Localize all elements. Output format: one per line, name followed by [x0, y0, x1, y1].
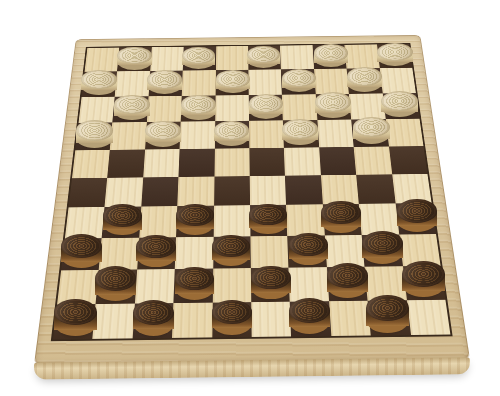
checker-piece-light[interactable]	[381, 91, 418, 118]
checker-piece-dark[interactable]	[289, 233, 328, 265]
checker-piece-light[interactable]	[117, 47, 151, 70]
checker-piece-dark[interactable]	[402, 261, 445, 297]
piece-top-face	[114, 95, 150, 114]
checker-piece-dark[interactable]	[397, 199, 438, 232]
checker-piece-light[interactable]	[181, 95, 215, 120]
checker-piece-light[interactable]	[314, 44, 348, 67]
piece-top-face	[181, 95, 215, 114]
piece-top-face	[282, 119, 318, 139]
piece-top-face	[282, 69, 316, 87]
piece-top-face	[381, 91, 418, 111]
piece-top-face	[377, 43, 413, 62]
piece-top-face	[362, 231, 403, 255]
piece-top-face	[212, 235, 250, 257]
checker-piece-light[interactable]	[315, 92, 351, 118]
piece-top-face	[247, 46, 280, 63]
piece-top-face	[397, 199, 438, 223]
piece-top-face	[289, 298, 330, 323]
checker-piece-light[interactable]	[145, 121, 181, 147]
checker-piece-light[interactable]	[347, 67, 383, 92]
piece-top-face	[81, 70, 117, 89]
checker-piece-dark[interactable]	[54, 299, 97, 336]
checker-piece-light[interactable]	[147, 70, 181, 94]
piece-top-face	[327, 263, 368, 288]
checker-piece-dark[interactable]	[103, 204, 142, 235]
piece-top-face	[214, 121, 249, 140]
piece-top-face	[314, 44, 348, 62]
checker-piece-dark[interactable]	[212, 235, 250, 266]
checkers-pieces-layer	[0, 0, 500, 396]
piece-top-face	[136, 235, 175, 258]
piece-top-face	[175, 267, 214, 291]
checker-piece-light[interactable]	[216, 70, 249, 93]
product-photo-scene	[0, 0, 500, 396]
checker-piece-dark[interactable]	[251, 266, 290, 299]
checker-piece-light[interactable]	[114, 95, 150, 121]
checker-piece-dark[interactable]	[176, 204, 214, 234]
checker-piece-light[interactable]	[353, 117, 390, 144]
piece-top-face	[251, 266, 290, 290]
piece-top-face	[117, 47, 151, 65]
checker-piece-dark[interactable]	[249, 204, 286, 234]
checker-piece-dark[interactable]	[95, 266, 136, 301]
checker-piece-light[interactable]	[81, 70, 117, 95]
checker-piece-light[interactable]	[247, 46, 280, 68]
piece-top-face	[133, 300, 174, 325]
piece-top-face	[249, 94, 283, 113]
piece-top-face	[402, 261, 445, 287]
piece-top-face	[95, 266, 136, 291]
checker-piece-dark[interactable]	[321, 201, 360, 232]
checker-piece-dark[interactable]	[175, 267, 214, 300]
piece-top-face	[103, 204, 142, 227]
piece-top-face	[76, 120, 113, 141]
piece-top-face	[147, 70, 181, 88]
piece-top-face	[182, 47, 215, 64]
checker-piece-light[interactable]	[282, 119, 318, 145]
checker-piece-light[interactable]	[182, 47, 215, 69]
checker-piece-dark[interactable]	[289, 298, 330, 334]
piece-top-face	[212, 300, 252, 324]
checker-piece-dark[interactable]	[362, 231, 403, 265]
checker-piece-light[interactable]	[214, 121, 249, 147]
checker-piece-dark[interactable]	[133, 300, 174, 336]
piece-top-face	[321, 201, 360, 224]
checker-piece-dark[interactable]	[61, 234, 102, 268]
checker-piece-light[interactable]	[76, 120, 113, 147]
piece-top-face	[249, 204, 286, 226]
checker-piece-light[interactable]	[282, 69, 316, 93]
piece-top-face	[216, 70, 249, 88]
piece-top-face	[289, 233, 328, 256]
piece-top-face	[176, 204, 214, 226]
piece-top-face	[347, 67, 383, 86]
checker-piece-light[interactable]	[377, 43, 413, 67]
checker-piece-dark[interactable]	[327, 263, 368, 298]
piece-top-face	[145, 121, 181, 141]
checker-piece-dark[interactable]	[212, 300, 252, 335]
checker-piece-dark[interactable]	[136, 235, 175, 267]
piece-top-face	[315, 92, 351, 111]
checker-piece-light[interactable]	[249, 94, 283, 119]
checker-piece-dark[interactable]	[366, 295, 409, 332]
